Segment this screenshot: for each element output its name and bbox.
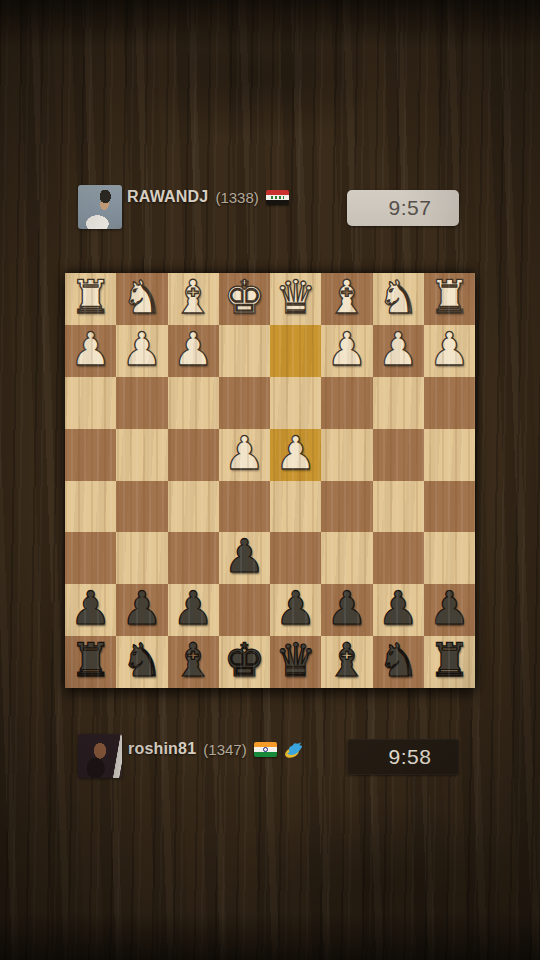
square-e5[interactable] (219, 481, 270, 533)
white-pawn: ♟ (70, 326, 111, 372)
square-b2[interactable]: ♟ (373, 325, 424, 377)
black-knight: ♞ (121, 637, 162, 683)
white-rook: ♜ (429, 274, 470, 320)
white-bishop: ♝ (326, 274, 367, 320)
square-d2[interactable] (270, 325, 321, 377)
white-pawn: ♟ (429, 326, 470, 372)
white-knight: ♞ (378, 274, 419, 320)
iraq-flag-icon (266, 190, 289, 205)
square-e8[interactable]: ♚ (219, 636, 270, 688)
chess-app-screen: RAWANDJ (1338) 9:57 ♜♞♝♚♛♝♞♜♟♟♟♟♟♟♟♟♟♟♟♟… (0, 0, 540, 960)
square-g2[interactable]: ♟ (116, 325, 167, 377)
black-pawn: ♟ (121, 585, 162, 631)
white-bishop: ♝ (173, 274, 214, 320)
square-a8[interactable]: ♜ (424, 636, 475, 688)
black-queen: ♛ (275, 637, 316, 683)
black-pawn: ♟ (173, 585, 214, 631)
bird-icon (284, 741, 304, 758)
square-f6[interactable] (168, 532, 219, 584)
square-a2[interactable]: ♟ (424, 325, 475, 377)
square-d8[interactable]: ♛ (270, 636, 321, 688)
player-name: roshin81 (128, 740, 196, 758)
square-h2[interactable]: ♟ (65, 325, 116, 377)
opponent-rating: (1338) (215, 189, 258, 206)
square-c4[interactable] (321, 429, 372, 481)
white-knight: ♞ (121, 274, 162, 320)
square-d6[interactable] (270, 532, 321, 584)
square-d1[interactable]: ♛ (270, 273, 321, 325)
square-b6[interactable] (373, 532, 424, 584)
black-pawn: ♟ (429, 585, 470, 631)
square-a1[interactable]: ♜ (424, 273, 475, 325)
black-pawn: ♟ (326, 585, 367, 631)
black-pawn: ♟ (378, 585, 419, 631)
india-flag-icon (254, 742, 277, 757)
black-pawn: ♟ (224, 533, 265, 579)
square-b3[interactable] (373, 377, 424, 429)
square-d4[interactable]: ♟ (270, 429, 321, 481)
square-g7[interactable]: ♟ (116, 584, 167, 636)
black-pawn: ♟ (70, 585, 111, 631)
opponent-avatar[interactable] (78, 185, 122, 229)
square-h5[interactable] (65, 481, 116, 533)
square-d5[interactable] (270, 481, 321, 533)
white-pawn: ♟ (378, 326, 419, 372)
square-e3[interactable] (219, 377, 270, 429)
square-b1[interactable]: ♞ (373, 273, 424, 325)
square-e2[interactable] (219, 325, 270, 377)
opponent-info: RAWANDJ (1338) (127, 188, 289, 206)
square-e1[interactable]: ♚ (219, 273, 270, 325)
square-g6[interactable] (116, 532, 167, 584)
square-c3[interactable] (321, 377, 372, 429)
square-b5[interactable] (373, 481, 424, 533)
square-c7[interactable]: ♟ (321, 584, 372, 636)
square-c8[interactable]: ♝ (321, 636, 372, 688)
square-f5[interactable] (168, 481, 219, 533)
square-c1[interactable]: ♝ (321, 273, 372, 325)
player-rating: (1347) (203, 741, 246, 758)
square-f7[interactable]: ♟ (168, 584, 219, 636)
black-pawn: ♟ (275, 585, 316, 631)
white-pawn: ♟ (326, 326, 367, 372)
square-c2[interactable]: ♟ (321, 325, 372, 377)
square-f8[interactable]: ♝ (168, 636, 219, 688)
square-a4[interactable] (424, 429, 475, 481)
square-g4[interactable] (116, 429, 167, 481)
square-g8[interactable]: ♞ (116, 636, 167, 688)
square-a6[interactable] (424, 532, 475, 584)
square-d7[interactable]: ♟ (270, 584, 321, 636)
black-bishop: ♝ (173, 637, 214, 683)
black-knight: ♞ (378, 637, 419, 683)
square-f2[interactable]: ♟ (168, 325, 219, 377)
square-d3[interactable] (270, 377, 321, 429)
player-info: roshin81 (1347) (128, 740, 304, 758)
square-e7[interactable] (219, 584, 270, 636)
square-h6[interactable] (65, 532, 116, 584)
square-g5[interactable] (116, 481, 167, 533)
square-h8[interactable]: ♜ (65, 636, 116, 688)
square-c6[interactable] (321, 532, 372, 584)
square-g1[interactable]: ♞ (116, 273, 167, 325)
square-h3[interactable] (65, 377, 116, 429)
white-king: ♚ (224, 274, 265, 320)
square-h7[interactable]: ♟ (65, 584, 116, 636)
black-bishop: ♝ (326, 637, 367, 683)
square-a5[interactable] (424, 481, 475, 533)
black-rook: ♜ (70, 637, 111, 683)
square-f1[interactable]: ♝ (168, 273, 219, 325)
square-h4[interactable] (65, 429, 116, 481)
opponent-name: RAWANDJ (127, 188, 208, 206)
white-pawn: ♟ (173, 326, 214, 372)
black-rook: ♜ (429, 637, 470, 683)
square-c5[interactable] (321, 481, 372, 533)
square-h1[interactable]: ♜ (65, 273, 116, 325)
square-e4[interactable]: ♟ (219, 429, 270, 481)
square-g3[interactable] (116, 377, 167, 429)
square-f3[interactable] (168, 377, 219, 429)
square-b4[interactable] (373, 429, 424, 481)
chess-board[interactable]: ♜♞♝♚♛♝♞♜♟♟♟♟♟♟♟♟♟♟♟♟♟♟♟♟♜♞♝♚♛♝♞♜ (65, 273, 475, 688)
white-rook: ♜ (70, 274, 111, 320)
square-f4[interactable] (168, 429, 219, 481)
white-pawn: ♟ (224, 430, 265, 476)
player-clock: 9:58 (347, 739, 459, 775)
black-king: ♚ (224, 637, 265, 683)
white-pawn: ♟ (121, 326, 162, 372)
opponent-clock: 9:57 (347, 190, 459, 226)
player-avatar[interactable] (78, 734, 122, 778)
square-a7[interactable]: ♟ (424, 584, 475, 636)
square-b8[interactable]: ♞ (373, 636, 424, 688)
white-pawn: ♟ (275, 430, 316, 476)
white-queen: ♛ (275, 274, 316, 320)
square-a3[interactable] (424, 377, 475, 429)
square-b7[interactable]: ♟ (373, 584, 424, 636)
square-e6[interactable]: ♟ (219, 532, 270, 584)
